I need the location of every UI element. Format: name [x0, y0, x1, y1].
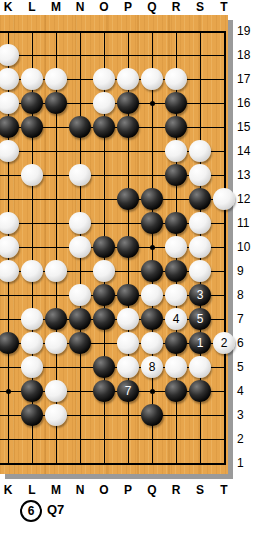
row-label-9: 9 — [237, 263, 259, 279]
stone-l9 — [21, 260, 43, 282]
stone-n6 — [69, 332, 91, 354]
stone-p10 — [117, 236, 139, 258]
stone-s10 — [189, 236, 211, 258]
stone-o4 — [93, 380, 115, 402]
stone-q5: 8 — [141, 356, 163, 378]
stone-r13 — [165, 164, 187, 186]
col-label-o-bottom: O — [92, 483, 116, 498]
stone-r5 — [165, 356, 187, 378]
stone-l16 — [21, 92, 43, 114]
col-label-s-bottom: S — [188, 483, 212, 498]
stone-p8 — [117, 284, 139, 306]
stone-k14 — [0, 140, 19, 162]
stone-r10 — [165, 236, 187, 258]
stone-p16 — [117, 92, 139, 114]
col-label-t: T — [212, 0, 236, 15]
stone-s6: 1 — [189, 332, 211, 354]
stone-r11 — [165, 212, 187, 234]
stone-t12 — [213, 188, 235, 210]
row-label-19: 19 — [237, 23, 259, 39]
col-label-t-bottom: T — [212, 483, 236, 498]
stone-l6 — [21, 332, 43, 354]
stone-m16 — [45, 92, 67, 114]
col-label-o: O — [92, 0, 116, 15]
col-label-k: K — [0, 0, 20, 15]
stone-s4 — [189, 380, 211, 402]
col-label-m-bottom: M — [44, 483, 68, 498]
stone-o17 — [93, 68, 115, 90]
stone-s12 — [189, 188, 211, 210]
stone-l7 — [21, 308, 43, 330]
stone-r14 — [165, 140, 187, 162]
move-number-label: 4 — [173, 308, 180, 330]
col-label-r-bottom: R — [164, 483, 188, 498]
stone-l15 — [21, 116, 43, 138]
row-label-6: 6 — [237, 335, 259, 351]
stone-m3 — [45, 404, 67, 426]
star-point — [150, 389, 155, 394]
stone-n11 — [69, 212, 91, 234]
stone-r8 — [165, 284, 187, 306]
row-label-8: 8 — [237, 287, 259, 303]
stone-n13 — [69, 164, 91, 186]
stone-o10 — [93, 236, 115, 258]
stone-k11 — [0, 212, 19, 234]
stone-r17 — [165, 68, 187, 90]
stone-r16 — [165, 92, 187, 114]
stone-q12 — [141, 188, 163, 210]
stone-r6 — [165, 332, 187, 354]
grid-line — [0, 31, 225, 33]
star-point — [150, 245, 155, 250]
caption-move-coordinate: Q7 — [47, 502, 64, 517]
stone-o16 — [93, 92, 115, 114]
row-label-13: 13 — [237, 167, 259, 183]
stone-k18 — [0, 44, 19, 66]
go-diagram-page: KLMNOPQRST 19181716151413121110987654321… — [0, 0, 260, 537]
white-move-6-stone-icon: 6 — [20, 500, 42, 522]
stone-q7 — [141, 308, 163, 330]
stone-k16 — [0, 92, 19, 114]
col-label-r: R — [164, 0, 188, 15]
grid-line — [0, 463, 225, 465]
col-label-p-bottom: P — [116, 483, 140, 498]
stone-l4 — [21, 380, 43, 402]
stone-q8 — [141, 284, 163, 306]
row-label-18: 18 — [237, 47, 259, 63]
stone-o15 — [93, 116, 115, 138]
col-label-p: P — [116, 0, 140, 15]
stone-k9 — [0, 260, 19, 282]
stone-r9 — [165, 260, 187, 282]
grid-line — [0, 55, 225, 56]
stone-r15 — [165, 116, 187, 138]
stone-s11 — [189, 212, 211, 234]
stone-q17 — [141, 68, 163, 90]
stone-s5 — [189, 356, 211, 378]
move-number-label: 7 — [125, 380, 132, 402]
stone-p5 — [117, 356, 139, 378]
row-label-12: 12 — [237, 191, 259, 207]
stone-q11 — [141, 212, 163, 234]
stone-m4 — [45, 380, 67, 402]
stone-q3 — [141, 404, 163, 426]
stone-n7 — [69, 308, 91, 330]
col-label-s: S — [188, 0, 212, 15]
stone-l3 — [21, 404, 43, 426]
stone-m6 — [45, 332, 67, 354]
stone-l13 — [21, 164, 43, 186]
row-label-4: 4 — [237, 383, 259, 399]
stone-s13 — [189, 164, 211, 186]
grid-line — [224, 31, 226, 465]
stone-q9 — [141, 260, 163, 282]
stone-m17 — [45, 68, 67, 90]
row-label-7: 7 — [237, 311, 259, 327]
col-label-n: N — [68, 0, 92, 15]
col-label-q: Q — [140, 0, 164, 15]
move-number-label: 1 — [197, 332, 204, 354]
row-label-3: 3 — [237, 407, 259, 423]
stone-k17 — [0, 68, 19, 90]
move-number-label: 8 — [149, 356, 156, 378]
col-label-n-bottom: N — [68, 483, 92, 498]
stone-l17 — [21, 68, 43, 90]
stone-p4: 7 — [117, 380, 139, 402]
stone-p12 — [117, 188, 139, 210]
col-label-k-bottom: K — [0, 483, 20, 498]
stone-p6 — [117, 332, 139, 354]
stone-q6 — [141, 332, 163, 354]
star-point — [150, 101, 155, 106]
stone-s8: 3 — [189, 284, 211, 306]
stone-r7: 4 — [165, 308, 187, 330]
move-number-label: 5 — [197, 308, 204, 330]
stone-m7 — [45, 308, 67, 330]
go-board[interactable]: 3451287 — [0, 15, 228, 474]
stone-l5 — [21, 356, 43, 378]
stone-p17 — [117, 68, 139, 90]
row-label-11: 11 — [237, 215, 259, 231]
stone-k6 — [0, 332, 19, 354]
col-label-l-bottom: L — [20, 483, 44, 498]
stone-o5 — [93, 356, 115, 378]
stone-s7: 5 — [189, 308, 211, 330]
stone-r4 — [165, 380, 187, 402]
stone-o8 — [93, 284, 115, 306]
stone-k15 — [0, 116, 19, 138]
row-label-17: 17 — [237, 71, 259, 87]
stone-s14 — [189, 140, 211, 162]
row-label-5: 5 — [237, 359, 259, 375]
stone-n15 — [69, 116, 91, 138]
row-label-1: 1 — [237, 455, 259, 471]
row-label-2: 2 — [237, 431, 259, 447]
stone-n10 — [69, 236, 91, 258]
stone-m9 — [45, 260, 67, 282]
move-caption: 6 Q7 — [0, 499, 260, 525]
col-label-l: L — [20, 0, 44, 15]
col-label-m: M — [44, 0, 68, 15]
stone-o7 — [93, 308, 115, 330]
stone-p15 — [117, 116, 139, 138]
stone-o9 — [93, 260, 115, 282]
row-label-15: 15 — [237, 119, 259, 135]
row-label-16: 16 — [237, 95, 259, 111]
stone-s9 — [189, 260, 211, 282]
stone-p7 — [117, 308, 139, 330]
star-point — [6, 389, 11, 394]
row-label-14: 14 — [237, 143, 259, 159]
row-label-10: 10 — [237, 239, 259, 255]
move-number-label: 3 — [197, 284, 204, 306]
move-number-label: 2 — [221, 332, 228, 354]
caption-move-number: 6 — [28, 504, 35, 518]
stone-k10 — [0, 236, 19, 258]
col-label-q-bottom: Q — [140, 483, 164, 498]
stone-t6: 2 — [213, 332, 235, 354]
stone-n8 — [69, 284, 91, 306]
grid-line — [0, 439, 225, 440]
